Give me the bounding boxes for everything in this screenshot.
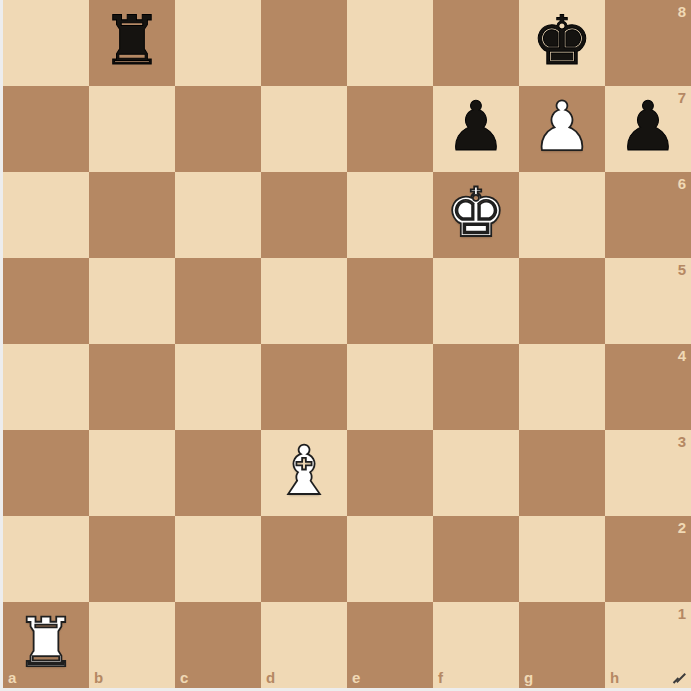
file-label-b: b <box>94 670 103 685</box>
rank-label-4: 4 <box>678 348 686 363</box>
square-h6[interactable]: 6 <box>605 172 691 258</box>
chess-board: ♜♚8♟♟7♟♚654♝32a♜bcdefg1h <box>3 0 691 688</box>
square-d8[interactable] <box>261 0 347 86</box>
square-a3[interactable] <box>3 430 89 516</box>
square-e2[interactable] <box>347 516 433 602</box>
square-g2[interactable] <box>519 516 605 602</box>
file-label-c: c <box>180 670 188 685</box>
square-a7[interactable] <box>3 86 89 172</box>
piece-black-rook[interactable]: ♜ <box>102 0 163 84</box>
square-c5[interactable] <box>175 258 261 344</box>
square-c3[interactable] <box>175 430 261 516</box>
piece-white-pawn[interactable]: ♟ <box>532 84 593 170</box>
square-h5[interactable]: 5 <box>605 258 691 344</box>
piece-white-bishop[interactable]: ♝ <box>274 428 335 514</box>
rank-label-7: 7 <box>678 90 686 105</box>
square-b4[interactable] <box>89 344 175 430</box>
rank-label-8: 8 <box>678 4 686 19</box>
square-b5[interactable] <box>89 258 175 344</box>
piece-white-king[interactable]: ♚ <box>446 170 507 256</box>
square-b6[interactable] <box>89 172 175 258</box>
square-e3[interactable] <box>347 430 433 516</box>
square-h4[interactable]: 4 <box>605 344 691 430</box>
square-c2[interactable] <box>175 516 261 602</box>
file-label-f: f <box>438 670 443 685</box>
square-e1[interactable]: e <box>347 602 433 688</box>
piece-black-pawn[interactable]: ♟ <box>446 84 507 170</box>
square-a5[interactable] <box>3 258 89 344</box>
file-label-d: d <box>266 670 275 685</box>
square-a4[interactable] <box>3 344 89 430</box>
square-g7[interactable]: ♟ <box>519 86 605 172</box>
file-label-e: e <box>352 670 360 685</box>
square-a6[interactable] <box>3 172 89 258</box>
square-f5[interactable] <box>433 258 519 344</box>
resize-handle-icon[interactable] <box>672 671 686 685</box>
square-g4[interactable] <box>519 344 605 430</box>
square-c7[interactable] <box>175 86 261 172</box>
rank-label-1: 1 <box>678 606 686 621</box>
square-b2[interactable] <box>89 516 175 602</box>
square-f2[interactable] <box>433 516 519 602</box>
square-d7[interactable] <box>261 86 347 172</box>
piece-black-king[interactable]: ♚ <box>532 0 593 84</box>
rank-label-3: 3 <box>678 434 686 449</box>
square-b7[interactable] <box>89 86 175 172</box>
square-c6[interactable] <box>175 172 261 258</box>
square-e4[interactable] <box>347 344 433 430</box>
rank-label-6: 6 <box>678 176 686 191</box>
square-d2[interactable] <box>261 516 347 602</box>
square-h3[interactable]: 3 <box>605 430 691 516</box>
square-b1[interactable]: b <box>89 602 175 688</box>
rank-label-5: 5 <box>678 262 686 277</box>
square-c4[interactable] <box>175 344 261 430</box>
square-f6[interactable]: ♚ <box>433 172 519 258</box>
square-g1[interactable]: g <box>519 602 605 688</box>
file-label-g: g <box>524 670 533 685</box>
piece-white-rook[interactable]: ♜ <box>16 600 77 686</box>
square-c1[interactable]: c <box>175 602 261 688</box>
square-e8[interactable] <box>347 0 433 86</box>
square-f4[interactable] <box>433 344 519 430</box>
square-e7[interactable] <box>347 86 433 172</box>
file-label-h: h <box>610 670 619 685</box>
square-f8[interactable] <box>433 0 519 86</box>
square-a1[interactable]: a♜ <box>3 602 89 688</box>
square-c8[interactable] <box>175 0 261 86</box>
square-f3[interactable] <box>433 430 519 516</box>
square-a8[interactable] <box>3 0 89 86</box>
square-f1[interactable]: f <box>433 602 519 688</box>
square-g5[interactable] <box>519 258 605 344</box>
chess-board-page: ♜♚8♟♟7♟♚654♝32a♜bcdefg1h <box>0 0 691 691</box>
piece-black-pawn[interactable]: ♟ <box>618 84 679 170</box>
square-e5[interactable] <box>347 258 433 344</box>
square-d3[interactable]: ♝ <box>261 430 347 516</box>
square-g6[interactable] <box>519 172 605 258</box>
rank-label-2: 2 <box>678 520 686 535</box>
square-a2[interactable] <box>3 516 89 602</box>
square-b3[interactable] <box>89 430 175 516</box>
square-d1[interactable]: d <box>261 602 347 688</box>
square-b8[interactable]: ♜ <box>89 0 175 86</box>
square-h2[interactable]: 2 <box>605 516 691 602</box>
square-g3[interactable] <box>519 430 605 516</box>
square-g8[interactable]: ♚ <box>519 0 605 86</box>
square-d4[interactable] <box>261 344 347 430</box>
square-f7[interactable]: ♟ <box>433 86 519 172</box>
square-e6[interactable] <box>347 172 433 258</box>
square-d5[interactable] <box>261 258 347 344</box>
square-h7[interactable]: 7♟ <box>605 86 691 172</box>
square-d6[interactable] <box>261 172 347 258</box>
square-h8[interactable]: 8 <box>605 0 691 86</box>
